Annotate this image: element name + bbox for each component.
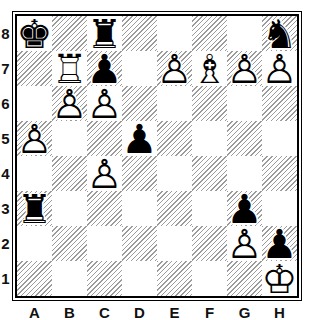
square-f7[interactable]: ♝♗ xyxy=(192,51,227,86)
square-f5[interactable] xyxy=(192,121,227,156)
square-c2[interactable] xyxy=(87,226,122,261)
square-b3[interactable] xyxy=(52,191,87,226)
square-e7[interactable]: ♟♙ xyxy=(157,51,192,86)
black-pawn-d5[interactable]: ♟♟ xyxy=(122,121,157,156)
file-label-f: F xyxy=(192,304,227,320)
board-inner-frame: ♚♚♜♜♞♞♜♖♟♟♟♙♝♗♟♙♟♙♟♙♟♙♟♙♟♟♟♙♜♜♟♟♟♙♟♟♚♔ xyxy=(15,14,299,298)
piece-glyph: ♙ xyxy=(52,86,87,121)
square-c1[interactable] xyxy=(87,261,122,296)
square-g2[interactable]: ♟♙ xyxy=(227,226,262,261)
white-pawn-b6[interactable]: ♟♙ xyxy=(52,86,87,121)
square-c4[interactable]: ♟♙ xyxy=(87,156,122,191)
square-f3[interactable] xyxy=(192,191,227,226)
file-labels: ABCDEFGH xyxy=(17,304,297,320)
board-frame: ♚♚♜♜♞♞♜♖♟♟♟♙♝♗♟♙♟♙♟♙♟♙♟♙♟♟♟♙♜♜♟♟♟♙♟♟♚♔ xyxy=(12,11,302,301)
board: ♚♚♜♜♞♞♜♖♟♟♟♙♝♗♟♙♟♙♟♙♟♙♟♙♟♟♟♙♜♜♟♟♟♙♟♟♚♔ xyxy=(17,16,297,296)
square-h4[interactable] xyxy=(262,156,297,191)
rank-label-5: 5 xyxy=(0,121,11,156)
square-h7[interactable]: ♟♙ xyxy=(262,51,297,86)
white-pawn-g7[interactable]: ♟♙ xyxy=(227,51,262,86)
rank-label-8: 8 xyxy=(0,16,11,51)
piece-glyph: ♙ xyxy=(227,226,262,261)
piece-glyph: ♙ xyxy=(87,156,122,191)
file-label-g: G xyxy=(227,304,262,320)
rank-label-7: 7 xyxy=(0,51,11,86)
square-a3[interactable]: ♜♜ xyxy=(17,191,52,226)
file-label-a: A xyxy=(17,304,52,320)
square-f4[interactable] xyxy=(192,156,227,191)
piece-glyph: ♙ xyxy=(227,51,262,86)
chess-diagram: 87654321 ♚♚♜♜♞♞♜♖♟♟♟♙♝♗♟♙♟♙♟♙♟♙♟♙♟♟♟♙♜♜♟… xyxy=(0,0,314,320)
square-c3[interactable] xyxy=(87,191,122,226)
square-g7[interactable]: ♟♙ xyxy=(227,51,262,86)
square-a7[interactable] xyxy=(17,51,52,86)
white-king-h1[interactable]: ♚♔ xyxy=(262,261,297,296)
square-b2[interactable] xyxy=(52,226,87,261)
white-pawn-c4[interactable]: ♟♙ xyxy=(87,156,122,191)
square-h1[interactable]: ♚♔ xyxy=(262,261,297,296)
file-label-h: H xyxy=(262,304,297,320)
square-d4[interactable] xyxy=(122,156,157,191)
square-f1[interactable] xyxy=(192,261,227,296)
piece-glyph: ♚ xyxy=(17,16,52,51)
square-h5[interactable] xyxy=(262,121,297,156)
rank-labels: 87654321 xyxy=(0,16,11,296)
square-d1[interactable] xyxy=(122,261,157,296)
square-g5[interactable] xyxy=(227,121,262,156)
piece-glyph: ♗ xyxy=(192,51,227,86)
square-e4[interactable] xyxy=(157,156,192,191)
square-b1[interactable] xyxy=(52,261,87,296)
square-e3[interactable] xyxy=(157,191,192,226)
square-d2[interactable] xyxy=(122,226,157,261)
black-rook-a3[interactable]: ♜♜ xyxy=(17,191,52,226)
rank-label-1: 1 xyxy=(0,261,11,296)
file-label-c: C xyxy=(87,304,122,320)
square-d3[interactable] xyxy=(122,191,157,226)
rank-label-2: 2 xyxy=(0,226,11,261)
square-e6[interactable] xyxy=(157,86,192,121)
piece-glyph: ♙ xyxy=(87,86,122,121)
rank-label-6: 6 xyxy=(0,86,11,121)
white-pawn-a5[interactable]: ♟♙ xyxy=(17,121,52,156)
white-bishop-f7[interactable]: ♝♗ xyxy=(192,51,227,86)
square-a8[interactable]: ♚♚ xyxy=(17,16,52,51)
piece-glyph: ♙ xyxy=(262,51,297,86)
white-pawn-c6[interactable]: ♟♙ xyxy=(87,86,122,121)
piece-glyph: ♙ xyxy=(157,51,192,86)
file-label-d: D xyxy=(122,304,157,320)
white-pawn-g2[interactable]: ♟♙ xyxy=(227,226,262,261)
square-f6[interactable] xyxy=(192,86,227,121)
rank-label-3: 3 xyxy=(0,191,11,226)
square-b6[interactable]: ♟♙ xyxy=(52,86,87,121)
square-a5[interactable]: ♟♙ xyxy=(17,121,52,156)
square-c6[interactable]: ♟♙ xyxy=(87,86,122,121)
square-e2[interactable] xyxy=(157,226,192,261)
square-b5[interactable] xyxy=(52,121,87,156)
file-label-b: B xyxy=(52,304,87,320)
square-d7[interactable] xyxy=(122,51,157,86)
square-e1[interactable] xyxy=(157,261,192,296)
square-d8[interactable] xyxy=(122,16,157,51)
square-g6[interactable] xyxy=(227,86,262,121)
file-label-e: E xyxy=(157,304,192,320)
square-a1[interactable] xyxy=(17,261,52,296)
white-pawn-h7[interactable]: ♟♙ xyxy=(262,51,297,86)
square-f2[interactable] xyxy=(192,226,227,261)
rank-label-4: 4 xyxy=(0,156,11,191)
square-b4[interactable] xyxy=(52,156,87,191)
piece-glyph: ♟ xyxy=(122,121,157,156)
piece-glyph: ♜ xyxy=(17,191,52,226)
white-pawn-e7[interactable]: ♟♙ xyxy=(157,51,192,86)
square-g1[interactable] xyxy=(227,261,262,296)
square-e5[interactable] xyxy=(157,121,192,156)
piece-glyph: ♙ xyxy=(17,121,52,156)
square-a2[interactable] xyxy=(17,226,52,261)
black-king-a8[interactable]: ♚♚ xyxy=(17,16,52,51)
square-d5[interactable]: ♟♟ xyxy=(122,121,157,156)
square-h6[interactable] xyxy=(262,86,297,121)
piece-glyph: ♔ xyxy=(262,261,297,296)
